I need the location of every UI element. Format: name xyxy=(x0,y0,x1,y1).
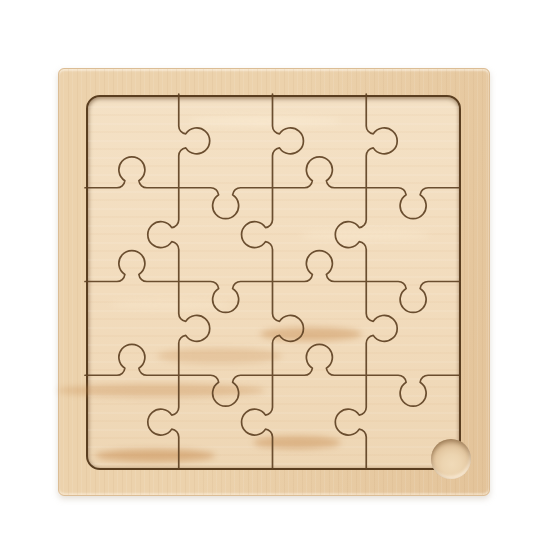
puzzle-tray xyxy=(58,68,490,496)
finger-notch-icon[interactable] xyxy=(431,439,471,479)
puzzle-piece-r2c4[interactable] xyxy=(366,190,459,283)
puzzle-piece-r4c1[interactable] xyxy=(88,375,181,468)
puzzle-piece-r3c3[interactable] xyxy=(274,283,367,376)
puzzle-piece-r1c4[interactable] xyxy=(366,97,459,190)
puzzle-piece-r4c3[interactable] xyxy=(274,375,367,468)
puzzle-piece-r2c2[interactable] xyxy=(181,190,274,283)
puzzle-photo xyxy=(0,0,550,550)
puzzle-piece-r2c1[interactable] xyxy=(88,190,181,283)
puzzle-piece-r2c3[interactable] xyxy=(274,190,367,283)
puzzle-piece-r1c3[interactable] xyxy=(274,97,367,190)
puzzle-piece-r1c2[interactable] xyxy=(181,97,274,190)
puzzle-piece-r3c4[interactable] xyxy=(366,283,459,376)
puzzle-grid xyxy=(88,97,459,468)
puzzle-piece-r3c1[interactable] xyxy=(88,283,181,376)
puzzle-piece-r3c2[interactable] xyxy=(181,283,274,376)
puzzle-piece-r4c2[interactable] xyxy=(181,375,274,468)
puzzle-piece-r1c1[interactable] xyxy=(88,97,181,190)
puzzle-board xyxy=(86,95,461,470)
